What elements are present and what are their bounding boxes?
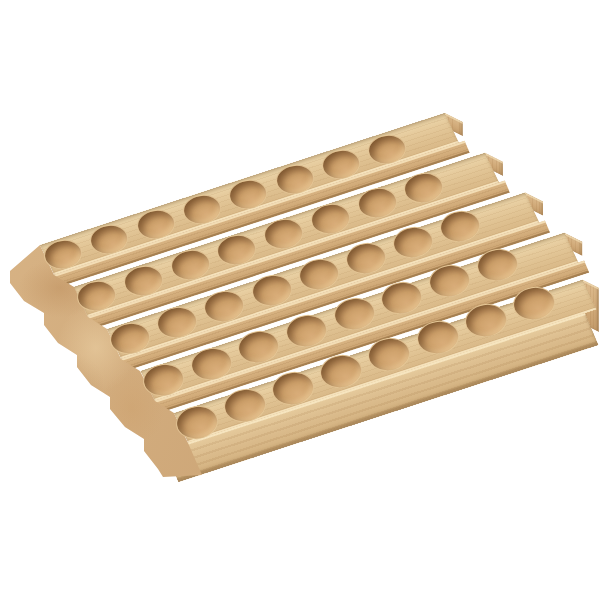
board-photo [0, 0, 600, 600]
